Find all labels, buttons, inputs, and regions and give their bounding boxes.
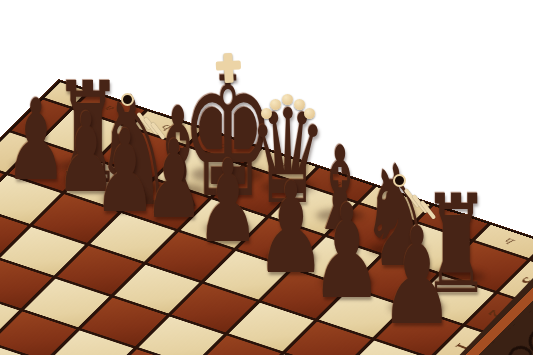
coordinate-letter-h: h — [502, 237, 517, 247]
queen-crown-ball-accent — [261, 108, 272, 119]
king-cross-accent — [223, 53, 234, 83]
queen-crown-ball-accent — [282, 94, 293, 105]
queen-crown-ball-accent — [304, 108, 315, 119]
piece-dark-pawn-h7: ♟ — [367, 210, 466, 344]
queen-crown-ball-accent — [294, 99, 305, 110]
queen-crown-ball-accent — [270, 99, 281, 110]
chess-photo-scene: abcdefgh321 ♜♞♝♚♛♝♞♜♟♟♟♟♟♟♟♟ — [0, 0, 533, 355]
knight-eye-accent — [393, 174, 406, 187]
knight-eye-accent — [121, 93, 134, 106]
